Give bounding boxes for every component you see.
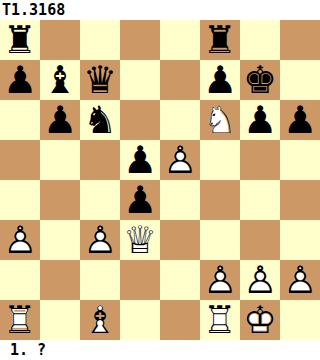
piece-white-queen[interactable]: ♛ <box>120 220 160 260</box>
square-a4[interactable] <box>0 180 40 220</box>
square-e5[interactable]: ♟♙ <box>160 140 200 180</box>
square-a8[interactable]: ♜ <box>0 20 40 60</box>
square-c6[interactable]: ♞ <box>80 100 120 140</box>
piece-white-pawn[interactable]: ♟ <box>280 260 320 300</box>
square-c1[interactable]: ♝♗ <box>80 300 120 340</box>
piece-white-rook-outline: ♖ <box>0 300 40 340</box>
square-a2[interactable] <box>0 260 40 300</box>
square-h2[interactable]: ♟♙ <box>280 260 320 300</box>
piece-white-pawn-outline: ♙ <box>200 260 240 300</box>
square-c7[interactable]: ♛ <box>80 60 120 100</box>
square-e3[interactable] <box>160 220 200 260</box>
piece-white-knight-outline: ♘ <box>200 100 240 140</box>
square-f1[interactable]: ♜♖ <box>200 300 240 340</box>
piece-white-pawn[interactable]: ♟ <box>80 220 120 260</box>
puzzle-title: T1.3168 <box>0 0 320 20</box>
square-e7[interactable] <box>160 60 200 100</box>
square-g2[interactable]: ♟♙ <box>240 260 280 300</box>
square-c8[interactable] <box>80 20 120 60</box>
square-b2[interactable] <box>40 260 80 300</box>
square-h7[interactable] <box>280 60 320 100</box>
piece-black-knight[interactable]: ♞ <box>80 100 120 140</box>
square-d1[interactable] <box>120 300 160 340</box>
piece-white-pawn-outline: ♙ <box>0 220 40 260</box>
piece-white-rook[interactable]: ♜ <box>200 300 240 340</box>
piece-black-pawn[interactable]: ♟ <box>40 100 80 140</box>
piece-white-king[interactable]: ♚ <box>240 300 280 340</box>
piece-white-king-outline: ♔ <box>240 300 280 340</box>
square-e1[interactable] <box>160 300 200 340</box>
piece-white-pawn-outline: ♙ <box>160 140 200 180</box>
square-h6[interactable]: ♟ <box>280 100 320 140</box>
piece-white-bishop-outline: ♗ <box>80 300 120 340</box>
piece-white-rook-outline: ♖ <box>200 300 240 340</box>
square-e6[interactable] <box>160 100 200 140</box>
piece-white-pawn[interactable]: ♟ <box>160 140 200 180</box>
square-g7[interactable]: ♚ <box>240 60 280 100</box>
square-b1[interactable] <box>40 300 80 340</box>
square-h4[interactable] <box>280 180 320 220</box>
square-b4[interactable] <box>40 180 80 220</box>
square-c4[interactable] <box>80 180 120 220</box>
piece-black-rook[interactable]: ♜ <box>0 20 40 60</box>
square-c2[interactable] <box>80 260 120 300</box>
square-b3[interactable] <box>40 220 80 260</box>
square-h1[interactable] <box>280 300 320 340</box>
square-b7[interactable]: ♝ <box>40 60 80 100</box>
piece-white-queen-outline: ♕ <box>120 220 160 260</box>
chess-board[interactable]: ♜♜♟♝♛♟♚♟♞♞♘♟♟♟♟♙♟♟♙♟♙♛♕♟♙♟♙♟♙♜♖♝♗♜♖♚♔ <box>0 20 320 340</box>
square-a5[interactable] <box>0 140 40 180</box>
square-g4[interactable] <box>240 180 280 220</box>
square-b5[interactable] <box>40 140 80 180</box>
piece-white-knight[interactable]: ♞ <box>200 100 240 140</box>
square-d8[interactable] <box>120 20 160 60</box>
square-h8[interactable] <box>280 20 320 60</box>
piece-white-pawn-outline: ♙ <box>80 220 120 260</box>
square-f8[interactable]: ♜ <box>200 20 240 60</box>
piece-black-pawn[interactable]: ♟ <box>240 100 280 140</box>
square-f3[interactable] <box>200 220 240 260</box>
piece-black-queen[interactable]: ♛ <box>80 60 120 100</box>
square-a1[interactable]: ♜♖ <box>0 300 40 340</box>
piece-white-rook[interactable]: ♜ <box>0 300 40 340</box>
piece-black-pawn[interactable]: ♟ <box>0 60 40 100</box>
square-g6[interactable]: ♟ <box>240 100 280 140</box>
square-e2[interactable] <box>160 260 200 300</box>
square-d7[interactable] <box>120 60 160 100</box>
piece-black-king[interactable]: ♚ <box>240 60 280 100</box>
square-d5[interactable]: ♟ <box>120 140 160 180</box>
piece-black-pawn[interactable]: ♟ <box>120 140 160 180</box>
piece-white-bishop[interactable]: ♝ <box>80 300 120 340</box>
square-b6[interactable]: ♟ <box>40 100 80 140</box>
piece-white-pawn[interactable]: ♟ <box>0 220 40 260</box>
square-c3[interactable]: ♟♙ <box>80 220 120 260</box>
square-a6[interactable] <box>0 100 40 140</box>
square-e4[interactable] <box>160 180 200 220</box>
square-d4[interactable]: ♟ <box>120 180 160 220</box>
piece-white-pawn[interactable]: ♟ <box>240 260 280 300</box>
square-h5[interactable] <box>280 140 320 180</box>
piece-white-pawn-outline: ♙ <box>280 260 320 300</box>
square-f7[interactable]: ♟ <box>200 60 240 100</box>
square-d2[interactable] <box>120 260 160 300</box>
move-prompt: 1. ? <box>0 340 320 360</box>
square-a3[interactable]: ♟♙ <box>0 220 40 260</box>
square-g3[interactable] <box>240 220 280 260</box>
piece-white-pawn-outline: ♙ <box>240 260 280 300</box>
piece-white-pawn[interactable]: ♟ <box>200 260 240 300</box>
square-b8[interactable] <box>40 20 80 60</box>
square-f5[interactable] <box>200 140 240 180</box>
square-a7[interactable]: ♟ <box>0 60 40 100</box>
square-c5[interactable] <box>80 140 120 180</box>
square-d6[interactable] <box>120 100 160 140</box>
square-d3[interactable]: ♛♕ <box>120 220 160 260</box>
square-g5[interactable] <box>240 140 280 180</box>
square-h3[interactable] <box>280 220 320 260</box>
square-f2[interactable]: ♟♙ <box>200 260 240 300</box>
square-e8[interactable] <box>160 20 200 60</box>
piece-black-pawn[interactable]: ♟ <box>120 180 160 220</box>
square-f6[interactable]: ♞♘ <box>200 100 240 140</box>
piece-black-bishop[interactable]: ♝ <box>40 60 80 100</box>
square-g8[interactable] <box>240 20 280 60</box>
piece-black-rook[interactable]: ♜ <box>200 20 240 60</box>
square-g1[interactable]: ♚♔ <box>240 300 280 340</box>
square-f4[interactable] <box>200 180 240 220</box>
piece-black-pawn[interactable]: ♟ <box>280 100 320 140</box>
piece-black-pawn[interactable]: ♟ <box>200 60 240 100</box>
